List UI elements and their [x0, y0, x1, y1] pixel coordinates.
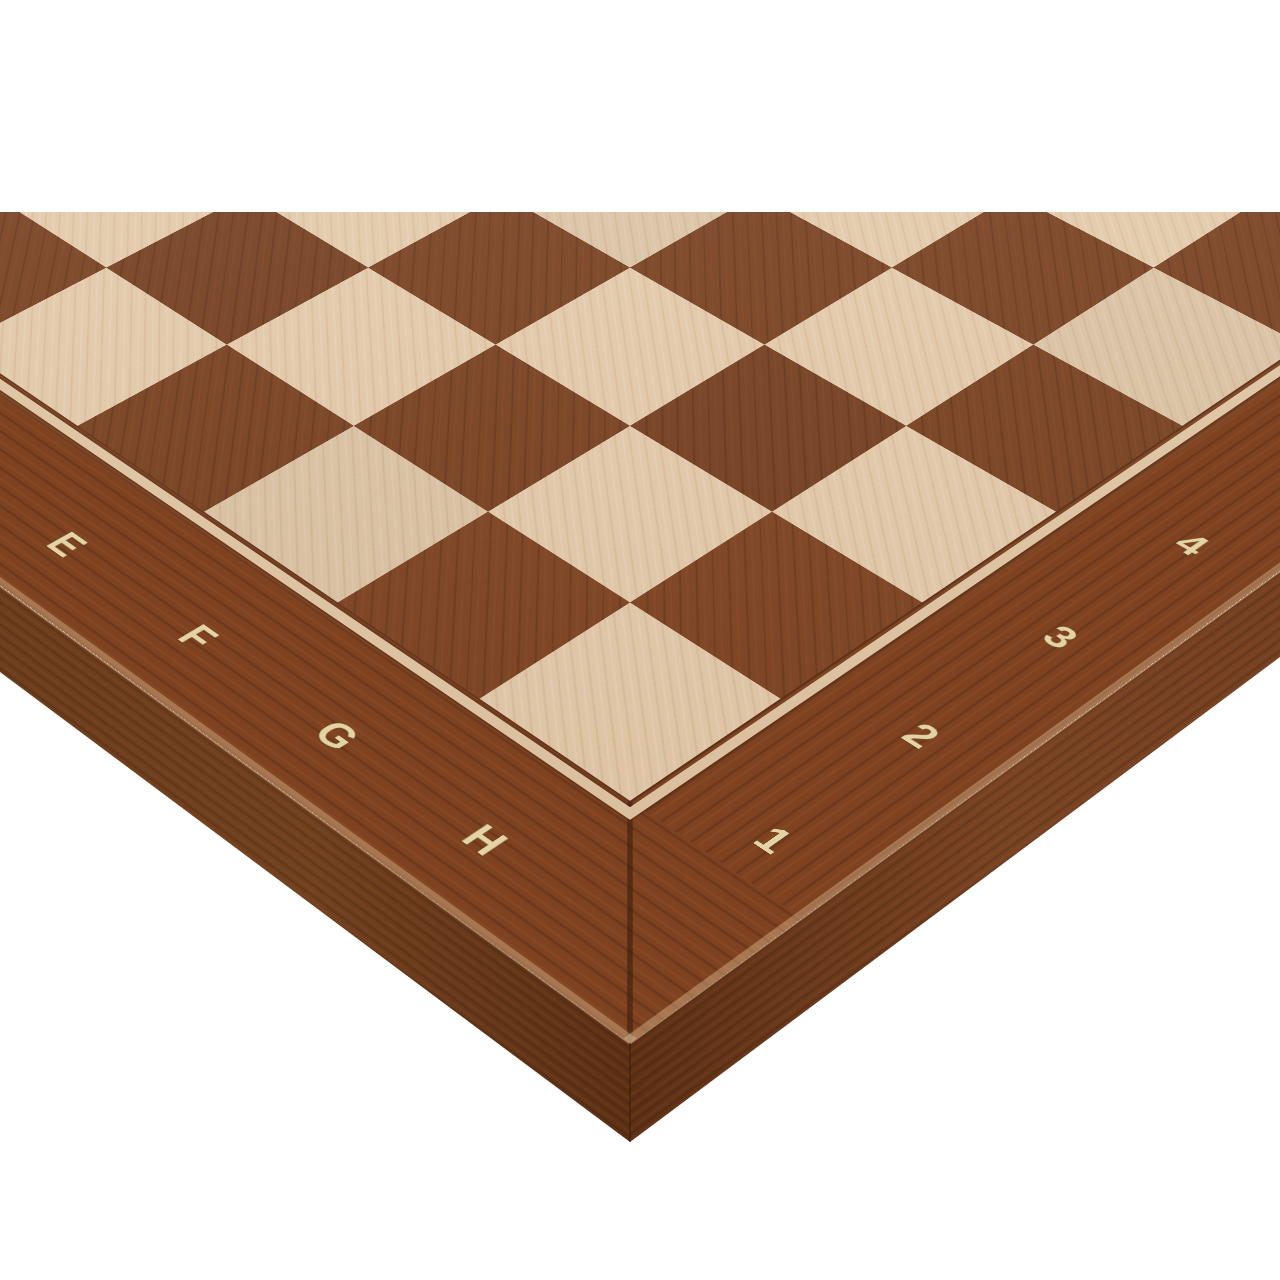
chessboard-product-photo: EFGH4321	[0, 0, 1280, 1280]
photo-crop-white-area	[0, 0, 1280, 212]
